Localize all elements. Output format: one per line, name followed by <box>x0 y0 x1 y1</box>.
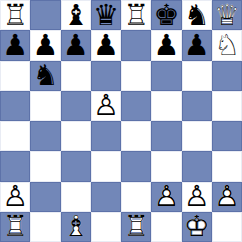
black-piece-glyph: ♟ <box>31 31 59 59</box>
square-e5[interactable] <box>121 91 151 121</box>
square-e4[interactable] <box>121 121 151 151</box>
piece-black-knight[interactable]: ♞ <box>31 62 59 90</box>
square-c4[interactable] <box>61 121 91 151</box>
black-piece-glyph: ♚ <box>152 1 180 29</box>
square-e6[interactable] <box>121 61 151 91</box>
piece-white-king[interactable]: ♚♔ <box>183 213 211 241</box>
square-a8[interactable]: ♜♖ <box>0 0 30 30</box>
square-f2[interactable]: ♟♙ <box>151 182 181 212</box>
square-a1[interactable]: ♜♖ <box>0 212 30 242</box>
square-e7[interactable] <box>121 30 151 60</box>
piece-black-pawn[interactable]: ♟ <box>183 31 211 59</box>
chess-board: ♜♖♝♛♜♖♚♞♛♕♟♟♟♟♟♟♞♘♞♟♙♟♙♟♙♟♙♟♙♜♖♝♗♜♖♚♔ <box>0 0 242 242</box>
piece-white-rook[interactable]: ♜♖ <box>1 1 29 29</box>
piece-white-rook[interactable]: ♜♖ <box>1 213 29 241</box>
square-g6[interactable] <box>182 61 212 91</box>
piece-black-pawn[interactable]: ♟ <box>31 31 59 59</box>
piece-black-queen[interactable]: ♛ <box>92 1 120 29</box>
square-e3[interactable] <box>121 151 151 181</box>
white-piece-outline: ♙ <box>1 183 29 211</box>
square-c8[interactable]: ♝ <box>61 0 91 30</box>
black-piece-glyph: ♟ <box>62 31 90 59</box>
square-d2[interactable] <box>91 182 121 212</box>
piece-white-queen[interactable]: ♛♕ <box>213 1 241 29</box>
square-a3[interactable] <box>0 151 30 181</box>
square-b6[interactable]: ♞ <box>30 61 60 91</box>
white-piece-outline: ♘ <box>213 31 241 59</box>
piece-white-pawn[interactable]: ♟♙ <box>152 183 180 211</box>
square-g4[interactable] <box>182 121 212 151</box>
square-a2[interactable]: ♟♙ <box>0 182 30 212</box>
piece-black-pawn[interactable]: ♟ <box>152 31 180 59</box>
piece-white-pawn[interactable]: ♟♙ <box>183 183 211 211</box>
piece-white-knight[interactable]: ♞♘ <box>213 31 241 59</box>
white-piece-outline: ♙ <box>92 92 120 120</box>
square-b3[interactable] <box>30 151 60 181</box>
white-piece-outline: ♕ <box>213 1 241 29</box>
black-piece-glyph: ♝ <box>62 1 90 29</box>
square-g7[interactable]: ♟ <box>182 30 212 60</box>
square-f1[interactable] <box>151 212 181 242</box>
square-g3[interactable] <box>182 151 212 181</box>
black-piece-glyph: ♟ <box>1 31 29 59</box>
white-piece-outline: ♖ <box>122 213 150 241</box>
square-c6[interactable] <box>61 61 91 91</box>
square-b4[interactable] <box>30 121 60 151</box>
square-g1[interactable]: ♚♔ <box>182 212 212 242</box>
square-d6[interactable] <box>91 61 121 91</box>
square-h1[interactable] <box>212 212 242 242</box>
square-f5[interactable] <box>151 91 181 121</box>
square-e1[interactable]: ♜♖ <box>121 212 151 242</box>
piece-black-king[interactable]: ♚ <box>152 1 180 29</box>
square-g2[interactable]: ♟♙ <box>182 182 212 212</box>
square-c1[interactable]: ♝♗ <box>61 212 91 242</box>
white-piece-outline: ♙ <box>152 183 180 211</box>
square-d8[interactable]: ♛ <box>91 0 121 30</box>
square-b2[interactable] <box>30 182 60 212</box>
piece-white-pawn[interactable]: ♟♙ <box>1 183 29 211</box>
piece-black-pawn[interactable]: ♟ <box>62 31 90 59</box>
square-c3[interactable] <box>61 151 91 181</box>
white-piece-outline: ♗ <box>62 213 90 241</box>
square-f4[interactable] <box>151 121 181 151</box>
piece-black-pawn[interactable]: ♟ <box>1 31 29 59</box>
piece-white-rook[interactable]: ♜♖ <box>122 213 150 241</box>
white-piece-outline: ♙ <box>213 183 241 211</box>
black-piece-glyph: ♟ <box>152 31 180 59</box>
black-piece-glyph: ♛ <box>92 1 120 29</box>
square-d3[interactable] <box>91 151 121 181</box>
black-piece-glyph: ♟ <box>92 31 120 59</box>
piece-black-bishop[interactable]: ♝ <box>62 1 90 29</box>
square-e8[interactable]: ♜♖ <box>121 0 151 30</box>
square-a6[interactable] <box>0 61 30 91</box>
black-piece-glyph: ♞ <box>183 1 211 29</box>
square-b7[interactable]: ♟ <box>30 30 60 60</box>
square-a5[interactable] <box>0 91 30 121</box>
square-f8[interactable]: ♚ <box>151 0 181 30</box>
square-h2[interactable]: ♟♙ <box>212 182 242 212</box>
square-d5[interactable]: ♟♙ <box>91 91 121 121</box>
square-f7[interactable]: ♟ <box>151 30 181 60</box>
square-f6[interactable] <box>151 61 181 91</box>
square-a7[interactable]: ♟ <box>0 30 30 60</box>
square-h4[interactable] <box>212 121 242 151</box>
white-piece-outline: ♖ <box>1 1 29 29</box>
square-h7[interactable]: ♞♘ <box>212 30 242 60</box>
square-d1[interactable] <box>91 212 121 242</box>
black-piece-glyph: ♟ <box>183 31 211 59</box>
square-h8[interactable]: ♛♕ <box>212 0 242 30</box>
square-h3[interactable] <box>212 151 242 181</box>
square-b5[interactable] <box>30 91 60 121</box>
square-h6[interactable] <box>212 61 242 91</box>
piece-white-bishop[interactable]: ♝♗ <box>62 213 90 241</box>
piece-black-pawn[interactable]: ♟ <box>92 31 120 59</box>
white-piece-outline: ♖ <box>122 1 150 29</box>
piece-white-pawn[interactable]: ♟♙ <box>213 183 241 211</box>
square-b1[interactable] <box>30 212 60 242</box>
square-a4[interactable] <box>0 121 30 151</box>
white-piece-outline: ♔ <box>183 213 211 241</box>
white-piece-outline: ♖ <box>1 213 29 241</box>
black-piece-glyph: ♞ <box>31 62 59 90</box>
square-h5[interactable] <box>212 91 242 121</box>
square-g5[interactable] <box>182 91 212 121</box>
square-d4[interactable] <box>91 121 121 151</box>
square-c5[interactable] <box>61 91 91 121</box>
piece-white-pawn[interactable]: ♟♙ <box>92 92 120 120</box>
piece-white-rook[interactable]: ♜♖ <box>122 1 150 29</box>
piece-black-knight[interactable]: ♞ <box>183 1 211 29</box>
square-f3[interactable] <box>151 151 181 181</box>
square-c2[interactable] <box>61 182 91 212</box>
square-d7[interactable]: ♟ <box>91 30 121 60</box>
square-e2[interactable] <box>121 182 151 212</box>
white-piece-outline: ♙ <box>183 183 211 211</box>
square-b8[interactable] <box>30 0 60 30</box>
square-g8[interactable]: ♞ <box>182 0 212 30</box>
square-c7[interactable]: ♟ <box>61 30 91 60</box>
